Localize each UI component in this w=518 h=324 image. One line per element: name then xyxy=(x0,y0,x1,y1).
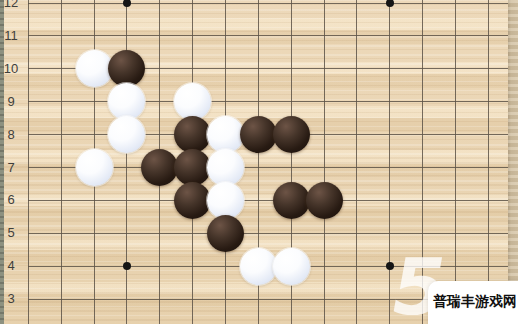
white-stone: ○ xyxy=(108,83,145,120)
white-stone: ○ xyxy=(174,83,211,120)
white-stone: ○ xyxy=(108,116,145,153)
grid-line-vertical xyxy=(389,0,390,324)
star-point xyxy=(123,0,131,7)
star-point xyxy=(386,0,394,7)
black-stone: ● xyxy=(174,182,211,219)
white-stone: ○ xyxy=(240,248,277,285)
black-stone: ● xyxy=(108,50,145,87)
grid-line-vertical xyxy=(488,0,489,324)
grid-line-horizontal xyxy=(28,101,509,102)
grid-line-horizontal xyxy=(28,233,509,234)
grid-line-horizontal xyxy=(28,35,509,36)
grid-line-vertical xyxy=(28,0,29,324)
black-stone: ● xyxy=(306,182,343,219)
grid-line-vertical xyxy=(455,0,456,324)
star-point xyxy=(386,262,394,270)
black-stone: ● xyxy=(240,116,277,153)
black-stone: ● xyxy=(273,116,310,153)
board-left-edge xyxy=(0,0,4,324)
white-stone: ○ xyxy=(76,149,113,186)
grid-line-vertical xyxy=(356,0,357,324)
white-stone: ○ xyxy=(273,248,310,285)
white-stone: ○ xyxy=(207,149,244,186)
watermark-site-name: 普瑞丰游戏网 xyxy=(433,293,517,311)
black-stone: ● xyxy=(141,149,178,186)
star-point xyxy=(123,262,131,270)
black-stone: ● xyxy=(207,215,244,252)
white-stone: ○ xyxy=(207,182,244,219)
white-stone: ○ xyxy=(76,50,113,87)
black-stone: ● xyxy=(273,182,310,219)
grid-line-vertical xyxy=(324,0,325,324)
watermark-box: 普瑞丰游戏网 xyxy=(428,281,518,324)
board-right-edge xyxy=(508,0,518,324)
grid-line-horizontal xyxy=(28,200,509,201)
grid-line-vertical xyxy=(61,0,62,324)
grid-line-vertical xyxy=(126,0,127,324)
white-stone: ○ xyxy=(207,116,244,153)
black-stone: ● xyxy=(174,149,211,186)
black-stone: ● xyxy=(174,116,211,153)
grid-line-horizontal xyxy=(28,3,509,4)
